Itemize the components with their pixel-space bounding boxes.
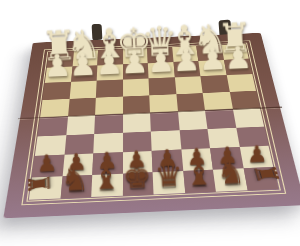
- board-square: [123, 79, 150, 97]
- board-square: [95, 96, 123, 115]
- board-square: [122, 113, 150, 133]
- board-square: [66, 115, 95, 135]
- black-pawn-icon: ♟: [247, 143, 269, 167]
- board-square: ♞: [213, 168, 247, 192]
- board-square: [43, 82, 71, 100]
- board-square: [150, 111, 179, 131]
- board-square: ♟: [173, 61, 200, 78]
- board-square: [38, 116, 68, 136]
- inlay-border-inner: ♜♞♝♚♛♝♞♜♟♟♟♟♟♟♟♟♟♟♟♟♟♟♟♟♜♞♝♚♛♝♞♜: [26, 43, 281, 202]
- board-square: ♛: [153, 171, 185, 195]
- board-square: [69, 81, 96, 99]
- white-pawn-icon: ♟: [120, 46, 149, 78]
- board-square: ♟: [97, 64, 123, 81]
- board-square: [205, 109, 236, 129]
- board-square: [176, 93, 205, 112]
- board-square: ♝: [91, 173, 122, 197]
- board-square: [203, 92, 233, 111]
- board-square: ♝: [183, 169, 216, 193]
- black-queen-icon: ♛: [153, 160, 183, 193]
- board-square: ♟: [224, 59, 253, 76]
- board-square: ♞: [60, 175, 92, 199]
- board-square: ♜: [243, 167, 278, 191]
- white-pawn-icon: ♟: [68, 49, 97, 81]
- black-rook-icon: ♜: [25, 173, 54, 195]
- black-knight-icon: ♞: [60, 164, 90, 197]
- white-pawn-icon: ♟: [94, 48, 123, 80]
- white-pawn-icon: ♟: [198, 43, 227, 75]
- board-square: ♟: [123, 63, 149, 80]
- board-square: [177, 110, 207, 130]
- inlay-border-outer: ♜♞♝♚♛♝♞♜♟♟♟♟♟♟♟♟♟♟♟♟♟♟♟♟♜♞♝♚♛♝♞♜: [21, 41, 286, 206]
- board-square: [68, 97, 96, 116]
- black-bishop-icon: ♝: [91, 163, 121, 196]
- chess-set-photo: ♜♞♝♚♛♝♞♜♟♟♟♟♟♟♟♟♟♟♟♟♟♟♟♟♜♞♝♚♛♝♞♜: [0, 0, 300, 246]
- white-pawn-icon: ♟: [224, 42, 253, 74]
- black-bishop-icon: ♝: [185, 159, 215, 192]
- chess-board: ♜♞♝♚♛♝♞♜♟♟♟♟♟♟♟♟♟♟♟♟♟♟♟♟♜♞♝♚♛♝♞♜: [3, 33, 300, 218]
- board-square: ♚: [122, 172, 153, 196]
- black-rook-icon: ♜: [250, 163, 284, 184]
- board-square: [123, 95, 150, 114]
- white-pawn-icon: ♟: [172, 44, 201, 76]
- board-square: [226, 74, 256, 92]
- board-square: [40, 99, 69, 118]
- board-square: [149, 94, 177, 113]
- board-square: ♟: [71, 65, 98, 82]
- board-grid: ♜♞♝♚♛♝♞♜♟♟♟♟♟♟♟♟♟♟♟♟♟♟♟♟♜♞♝♚♛♝♞♜: [29, 44, 278, 200]
- board-square: [200, 75, 229, 93]
- board-square: [174, 76, 202, 94]
- board-square: ♟: [148, 62, 175, 79]
- white-pawn-icon: ♟: [146, 45, 175, 77]
- board-square: ♜: [29, 176, 62, 200]
- board-square: ♟: [198, 60, 226, 77]
- black-king-icon: ♚: [122, 161, 152, 194]
- board-square: [149, 77, 176, 95]
- black-pawn-icon: ♟: [36, 152, 58, 176]
- board-square: [96, 80, 123, 98]
- board-square: ♟: [45, 66, 72, 83]
- board-square: [94, 114, 122, 134]
- board-square: [229, 90, 260, 109]
- white-pawn-icon: ♟: [43, 50, 72, 82]
- board-square: [232, 108, 264, 128]
- board-frame: ♜♞♝♚♛♝♞♜♟♟♟♟♟♟♟♟♟♟♟♟♟♟♟♟♜♞♝♚♛♝♞♜: [3, 33, 300, 218]
- black-knight-icon: ♞: [216, 157, 246, 190]
